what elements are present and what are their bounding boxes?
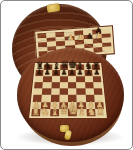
lid-board-square [74,40,83,45]
chess-piece: ♜ [36,61,44,70]
lid-board-square [93,43,102,48]
lid-board-square [65,36,74,41]
board-square: ♟ [77,102,86,109]
lid-board-square [84,44,93,49]
lid-board-square [56,41,65,46]
chess-piece: ♟ [77,101,86,109]
board-square: ♟ [94,102,104,109]
chess-piece: ♟ [50,101,59,109]
chess-piece: ♛ [59,104,68,116]
chess-piece: ♟ [32,101,41,109]
board-square [59,95,68,102]
brass-latch-clasp-icon [59,125,75,142]
chess-piece: ♞ [44,61,52,70]
lid-chess-piece: ♟ [75,33,85,41]
chess-piece: ♟ [35,68,43,76]
lid-chess-piece: ♟ [94,32,104,40]
lid-board-square [47,37,56,42]
board-square: ♝ [77,109,86,116]
lid-board-square [93,38,102,43]
lid-board-square [56,36,65,41]
lid-board-square [47,41,56,46]
lid-board-square [74,35,83,40]
lid-board-square [38,38,47,43]
lid-board-square [102,47,111,52]
lid-board-square [74,30,83,35]
chess-piece: ♟ [60,68,68,76]
board-square [50,95,59,102]
lid-chess-piece: ♟ [85,33,95,41]
brass-clasp-dangle [64,129,72,140]
board-square: ♛ [59,109,68,116]
chess-piece: ♟ [68,101,77,109]
lid-board-square [92,29,101,34]
main-board-squares: ♜♞♝♛♚♝♞♜♟♟♟♟♟♟♟♟♟♟♟♟♟♟♟♟♜♞♝♛♚♝♞♜ [31,64,104,116]
board-square: ♟ [68,102,77,109]
lid-board-square [92,34,101,39]
chess-piece: ♟ [93,68,101,76]
board-square: ♟ [59,102,68,109]
lid-board-square [83,39,92,44]
chess-piece: ♜ [92,61,100,70]
chess-piece: ♚ [68,104,77,116]
board-square [94,95,103,102]
board-square: ♜ [95,109,105,116]
chess-piece: ♝ [52,61,60,70]
chess-piece: ♟ [43,68,51,76]
lid-chess-piece: ♟ [66,34,76,42]
board-square: ♝ [50,109,59,116]
board-square [68,95,77,102]
lid-board-square [55,32,64,37]
chess-piece: ♟ [95,101,104,109]
chess-piece: ♟ [52,68,60,76]
chess-piece: ♟ [59,101,68,109]
lid-board-square [65,31,74,36]
lid-board-square [46,32,55,37]
board-square: ♚ [68,109,77,116]
chess-piece: ♟ [68,68,76,76]
lid-board-square [37,33,46,38]
chess-piece: ♟ [41,101,50,109]
lid-board-square [93,47,102,52]
board-square: ♟ [50,102,59,109]
lid-board-square [38,47,47,52]
lid-board-square [83,34,92,39]
main-chess-board: ♜♞♝♛♚♝♞♜♟♟♟♟♟♟♟♟♟♟♟♟♟♟♟♟♜♞♝♛♚♝♞♜ [28,62,108,119]
board-square [77,95,86,102]
board-square: ♟ [41,102,50,109]
lid-board-square [65,40,74,45]
board-square: ♞ [40,109,50,116]
lid-board-square [38,42,47,47]
board-square [42,95,51,102]
lid-board-square [83,30,92,35]
product-photo-frame: ♟♟♟♟♟ ♜♞♝♛♚♝♞♜♟♟♟♟♟♟♟♟♟♟♟♟♟♟♟♟♜♞♝♛♚♝♞♜ [0,0,133,150]
